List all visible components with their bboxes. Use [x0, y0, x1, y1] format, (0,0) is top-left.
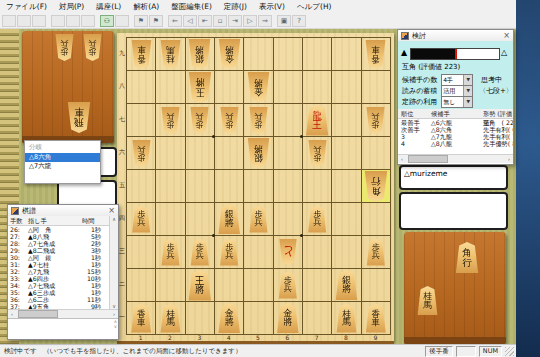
- analysis-horizontal-scrollbar[interactable]: ‹ ›: [398, 154, 513, 163]
- board-cell[interactable]: 桂馬: [156, 38, 185, 71]
- kifu-horizontal-scrollbar[interactable]: ‹ ›: [8, 309, 118, 318]
- board-cell[interactable]: [303, 236, 332, 269]
- scroll-left-icon[interactable]: ‹: [398, 156, 406, 162]
- shogi-piece-gote[interactable]: 金將: [275, 303, 300, 333]
- board-cell[interactable]: 桂馬: [332, 302, 361, 335]
- analysis-close-icon[interactable]: ×: [503, 31, 510, 40]
- board-cell[interactable]: [156, 137, 185, 170]
- board-cell[interactable]: [274, 203, 303, 236]
- board-cell[interactable]: [215, 137, 244, 170]
- shogi-piece-gote[interactable]: 角行: [454, 242, 480, 273]
- rank-label: 七: [118, 103, 126, 136]
- evaluation-bar-center-mark: [455, 49, 457, 59]
- candidate-row[interactable]: 4△8八龍先手優勢( 842): [398, 140, 513, 147]
- kifu-row[interactable]: 30:△同 銀1秒: [8, 254, 118, 261]
- board-cell[interactable]: [186, 203, 215, 236]
- hoshi-dot: [212, 135, 215, 138]
- move-text: △同 角: [28, 226, 82, 233]
- file-label: 6: [273, 334, 302, 341]
- board-cell[interactable]: [303, 71, 332, 104]
- board-cell[interactable]: [244, 38, 273, 71]
- sente-triangle-icon: ▲: [401, 48, 407, 58]
- menu-item-7[interactable]: ヘルプ(H): [291, 2, 338, 12]
- board-cell[interactable]: 金將: [244, 71, 273, 104]
- menu-item-0[interactable]: ファイル(F): [0, 2, 53, 12]
- candidate-eval: 先手優勢( 842): [483, 140, 513, 147]
- kifu-close-icon[interactable]: ×: [108, 206, 115, 215]
- file-labels: 123456789: [126, 334, 390, 341]
- evaluation-bar: [410, 48, 500, 60]
- shogi-piece-sente[interactable]: 歩兵: [219, 107, 240, 134]
- board-cell[interactable]: [186, 170, 215, 203]
- shogi-piece-gote[interactable]: 歩兵: [219, 239, 240, 266]
- toolbar-button[interactable]: ⚑: [149, 15, 163, 27]
- status-empty-cell: [456, 346, 476, 357]
- move-number: 36:: [10, 296, 28, 303]
- board-cell[interactable]: 金將: [274, 302, 303, 335]
- kifu-window-title: 棋譜: [22, 206, 36, 216]
- board-cell[interactable]: [303, 170, 332, 203]
- candidate-eval: 先手有利( 628): [483, 126, 513, 133]
- shogi-piece-sente[interactable]: と: [278, 239, 298, 265]
- board-cell[interactable]: [156, 269, 185, 302]
- board-cell[interactable]: [332, 104, 361, 137]
- rank-labels: 九八七六五四三二一: [118, 37, 126, 334]
- board-cell[interactable]: 香車: [362, 38, 391, 71]
- toolbar-button[interactable]: ⇥: [228, 15, 242, 27]
- move-time: 3秒: [82, 247, 110, 254]
- kifu-row[interactable]: 29:▲8二飛成3秒: [8, 247, 118, 254]
- board-cell[interactable]: 香車: [362, 302, 391, 335]
- board-cell[interactable]: [244, 269, 273, 302]
- candidate-table-header: 順位候補手形勢 (評価値): [398, 109, 513, 119]
- candidate-rank: 4: [401, 140, 431, 147]
- board-cell[interactable]: [186, 137, 215, 170]
- board-cell[interactable]: [156, 203, 185, 236]
- shogi-piece-gote[interactable]: 王將: [187, 270, 213, 301]
- board-cell[interactable]: 歩兵: [156, 236, 185, 269]
- board-cell[interactable]: 香車: [127, 302, 156, 335]
- move-text: ▲8八飛: [28, 233, 82, 240]
- menu-item-5[interactable]: 定跡(J): [218, 2, 253, 12]
- shogi-piece-sente[interactable]: 角行: [363, 171, 389, 202]
- scroll-right-icon[interactable]: ›: [110, 311, 118, 317]
- shogi-piece-gote[interactable]: 桂馬: [159, 304, 182, 333]
- toolbar-button[interactable]: ◁: [183, 15, 197, 27]
- joseki-select[interactable]: 無し ▼: [441, 96, 473, 108]
- move-number: 33:: [10, 275, 28, 282]
- shogi-piece-sente[interactable]: 歩兵: [131, 140, 152, 167]
- move-time: 15秒: [82, 268, 110, 275]
- toolbar-button[interactable]: [32, 15, 46, 27]
- kifu-window-icon: [11, 207, 19, 215]
- file-label: 8: [331, 334, 360, 341]
- board-cell[interactable]: [332, 71, 361, 104]
- kifu-row[interactable]: 36:△6二歩11秒: [8, 296, 118, 303]
- file-label: 2: [155, 334, 184, 341]
- kifu-move-list[interactable]: 手数指し手時間 26:△同 角1秒27:▲8八飛5秒28:△7七角成2秒29:▲…: [8, 216, 118, 309]
- board-cell[interactable]: [215, 71, 244, 104]
- file-label: 9: [361, 334, 390, 341]
- turn-indicator: 後手番: [425, 346, 453, 357]
- toolbar-button[interactable]: ▣: [277, 15, 291, 27]
- shogi-piece-sente[interactable]: 歩兵: [189, 107, 210, 134]
- shogi-piece-gote[interactable]: 歩兵: [160, 239, 181, 266]
- board-cell[interactable]: 歩兵: [362, 104, 391, 137]
- rank-label: 一: [118, 301, 126, 334]
- board-cell[interactable]: [332, 203, 361, 236]
- menu-item-1[interactable]: 対局(P): [53, 2, 90, 12]
- board-cell[interactable]: 香車: [127, 38, 156, 71]
- kifu-comment-box[interactable]: ∧∨: [8, 318, 118, 339]
- board-cell[interactable]: 銀將: [186, 38, 215, 71]
- toolbar-button[interactable]: ⇤: [198, 15, 212, 27]
- branch-item[interactable]: △7六龍: [25, 162, 100, 171]
- toolbar-button[interactable]: ⇐: [168, 15, 182, 27]
- file-label: 3: [185, 334, 214, 341]
- move-text: ▲6三歩成: [28, 289, 82, 296]
- shogi-piece-gote[interactable]: 金將: [217, 303, 242, 333]
- board-cell[interactable]: [332, 236, 361, 269]
- shogi-piece-sente[interactable]: 歩兵: [82, 34, 103, 61]
- board-cell[interactable]: 歩兵: [186, 104, 215, 137]
- evaluation-text: 互角 (評価値 223): [402, 62, 460, 72]
- toolbar-button[interactable]: [2, 15, 16, 27]
- file-label: 7: [302, 334, 331, 341]
- thinking-status: 思考中: [481, 75, 502, 85]
- move-number: 34:: [10, 282, 28, 289]
- kifu-column-header: 指し手: [28, 216, 82, 225]
- chevron-down-icon[interactable]: ▼: [463, 86, 472, 96]
- move-time: 5秒: [82, 233, 110, 240]
- kifu-row[interactable]: 27:▲8八飛5秒: [8, 233, 118, 240]
- board-grid: 香車桂馬銀將金將香車玉將金將歩兵歩兵歩兵歩兵龍王歩兵歩兵銀將歩兵角行歩兵銀將歩兵…: [126, 37, 391, 335]
- board-cell[interactable]: [362, 137, 391, 170]
- shogi-piece-sente[interactable]: 金將: [217, 39, 242, 69]
- shogi-piece-sente[interactable]: 玉將: [187, 72, 213, 103]
- move-text: △同 銀: [28, 254, 82, 261]
- shogi-piece-gote[interactable]: 銀將: [217, 204, 242, 234]
- shogi-board: 九八七六五四三二一 123456789 香車桂馬銀將金將香車玉將金將歩兵歩兵歩兵…: [117, 33, 394, 341]
- candidate-move: △6六龍: [431, 119, 483, 126]
- shogi-piece-sente[interactable]: 歩兵: [160, 107, 181, 134]
- shogi-piece-gote[interactable]: 銀將: [334, 270, 359, 300]
- status-bar: 検討中です （いつでも手を指したり、これまでの局面に移動したりできます） 後手番…: [0, 344, 516, 357]
- kifu-row[interactable]: 32:△7九飛15秒: [8, 268, 118, 275]
- analysis-settings-panel: ▲ △ 互角 (評価値 223) 候補手の数 4手 ▼ 読みの蓄積 活用 ▼: [398, 41, 513, 109]
- toolbar-button[interactable]: ▫: [213, 15, 227, 27]
- board-cell[interactable]: 歩兵: [127, 137, 156, 170]
- rank-label: 六: [118, 136, 126, 169]
- board-cell[interactable]: [332, 137, 361, 170]
- hoshi-dot: [300, 135, 303, 138]
- board-cell[interactable]: 金將: [215, 38, 244, 71]
- board-cell[interactable]: [362, 203, 391, 236]
- status-message: 検討中です （いつでも手を指したり、これまでの局面に移動したりできます）: [0, 347, 425, 356]
- menu-item-2[interactable]: 講座(L): [90, 2, 127, 12]
- toolbar-button[interactable]: ▷: [243, 15, 257, 27]
- kifu-row[interactable]: 26:△同 角1秒: [8, 226, 118, 233]
- board-cell[interactable]: 玉將: [186, 71, 215, 104]
- komadai-sente-hand: 歩兵歩兵飛車: [22, 31, 114, 143]
- candidate-row[interactable]: 最善手△6六龍互角 ( 223): [398, 119, 513, 126]
- board-cell[interactable]: [127, 71, 156, 104]
- board-cell[interactable]: 歩兵: [127, 203, 156, 236]
- rank-label: 五: [118, 169, 126, 202]
- numlock-indicator: NUM: [479, 346, 502, 357]
- move-text: △7九飛: [28, 268, 82, 275]
- board-cell[interactable]: [303, 269, 332, 302]
- shogi-piece-gote[interactable]: 歩兵: [248, 206, 269, 233]
- scroll-left-icon[interactable]: ‹: [8, 311, 16, 317]
- board-cell[interactable]: 王將: [186, 269, 215, 302]
- board-cell[interactable]: 歩兵: [244, 203, 273, 236]
- shogi-piece-sente[interactable]: 香車: [130, 40, 153, 69]
- board-cell[interactable]: 金將: [215, 302, 244, 335]
- rank-label: 三: [118, 235, 126, 268]
- shogi-piece-gote[interactable]: 歩兵: [131, 206, 152, 233]
- shogi-piece-gote[interactable]: 龍王: [304, 105, 330, 136]
- shogi-piece-sente[interactable]: 歩兵: [54, 34, 75, 61]
- toolbar-button[interactable]: [115, 15, 129, 27]
- menu-item-4[interactable]: 盤面編集(E): [165, 2, 218, 12]
- move-text: △7七飛成: [28, 282, 82, 289]
- board-cell[interactable]: [332, 38, 361, 71]
- board-cell[interactable]: [215, 170, 244, 203]
- board-cell[interactable]: 歩兵: [362, 236, 391, 269]
- branch-popup: 分岐 △8六角△7六龍: [24, 140, 101, 184]
- board-cell[interactable]: 歩兵: [303, 203, 332, 236]
- board-cell[interactable]: [274, 71, 303, 104]
- rank-label: 四: [118, 202, 126, 235]
- board-cell[interactable]: [362, 71, 391, 104]
- kifu-window: 棋譜 × 手数指し手時間 26:△同 角1秒27:▲8八飛5秒28:△7七角成2…: [7, 204, 119, 340]
- option-label: 定跡の利用: [402, 97, 437, 107]
- kifu-column-header: 時間: [82, 216, 110, 225]
- move-time: 1秒: [82, 261, 110, 268]
- candidate-move: △8八龍: [431, 140, 483, 147]
- board-cell[interactable]: [186, 302, 215, 335]
- file-label: 5: [243, 334, 272, 341]
- move-number: 28:: [10, 240, 28, 247]
- option-label: 読みの蓄積: [402, 86, 437, 96]
- comment-scroll-arrows[interactable]: ∧∨: [114, 320, 117, 329]
- kifu-row[interactable]: 31:▲7七桂1秒: [8, 261, 118, 268]
- board-cell[interactable]: 歩兵: [156, 104, 185, 137]
- board-cell[interactable]: [303, 302, 332, 335]
- move-text: ▲7七桂: [28, 261, 82, 268]
- move-number: 30:: [10, 254, 28, 261]
- shogi-piece-gote[interactable]: 歩兵: [365, 239, 386, 266]
- file-label: 1: [126, 334, 155, 341]
- candidate-eval: 互角 ( 223): [483, 119, 513, 126]
- candidate-move: △8六角: [431, 126, 483, 133]
- move-number: 31:: [10, 261, 28, 268]
- board-cell[interactable]: [332, 170, 361, 203]
- shogi-piece-gote[interactable]: 歩兵: [307, 206, 328, 233]
- analysis-window-title: 検討: [412, 31, 426, 41]
- toolbar-button[interactable]: ?: [292, 15, 306, 27]
- desktop-background: [516, 0, 540, 357]
- toolbar-button[interactable]: ⚇: [100, 15, 114, 27]
- move-text: ▲8二飛成: [28, 247, 82, 254]
- move-number: 32:: [10, 268, 28, 275]
- kifu-row[interactable]: 28:△7七角成2秒: [8, 240, 118, 247]
- hoshi-dot: [212, 234, 215, 237]
- board-cell[interactable]: [127, 104, 156, 137]
- option-label: 候補手の数: [402, 75, 437, 85]
- move-number: 26:: [10, 226, 28, 233]
- gote-name-plate: △murizeme: [399, 165, 508, 190]
- move-time: 1秒: [82, 282, 110, 289]
- board-cell[interactable]: [274, 38, 303, 71]
- gote-comment-plate: [399, 192, 508, 230]
- candidate-eval: 先手有利( 776): [483, 133, 513, 140]
- menu-bar: ファイル(F)対局(P)講座(L)解析(A)盤面編集(E)定跡(J)表示(V)ヘ…: [0, 0, 516, 13]
- kifu-row[interactable]: 34:△7七飛成1秒: [8, 282, 118, 289]
- engine-level: 〈七段+〉: [479, 86, 513, 96]
- move-time: 1秒: [82, 289, 110, 296]
- resize-grip[interactable]: [505, 347, 514, 356]
- menu-item-3[interactable]: 解析(A): [127, 2, 165, 12]
- candidate-moves-table[interactable]: 順位候補手形勢 (評価値) 最善手△6六龍互角 ( 223)次善手△8六角先手有…: [398, 109, 513, 154]
- komadai-front-edge: [404, 337, 506, 344]
- board-cell[interactable]: 歩兵: [215, 236, 244, 269]
- menu-item-6[interactable]: 表示(V): [253, 2, 291, 12]
- board-cell[interactable]: [127, 170, 156, 203]
- board-cell[interactable]: 歩兵: [244, 104, 273, 137]
- board-cell[interactable]: [215, 269, 244, 302]
- toolbar-button[interactable]: [51, 15, 65, 27]
- option-joseki: 定跡の利用 無し ▼: [402, 96, 473, 108]
- shogi-piece-gote[interactable]: 桂馬: [335, 304, 358, 333]
- candidate-rank: 次善手: [401, 126, 431, 133]
- shogi-piece-sente[interactable]: 銀將: [246, 138, 271, 168]
- shogi-piece-gote[interactable]: 香車: [130, 304, 153, 333]
- board-cell[interactable]: [362, 269, 391, 302]
- board-cell[interactable]: [127, 236, 156, 269]
- board-cell[interactable]: [274, 170, 303, 203]
- toolbar-button[interactable]: [81, 15, 95, 27]
- move-text: ▲6四歩: [28, 275, 82, 282]
- board-cell[interactable]: [127, 269, 156, 302]
- move-time: 10秒: [82, 275, 110, 282]
- branch-item[interactable]: △8六角: [25, 153, 100, 162]
- scrollbar-thumb[interactable]: [408, 155, 448, 163]
- candidate-row[interactable]: 次善手△8六角先手有利( 628): [398, 126, 513, 133]
- branch-popup-title: 分岐: [25, 141, 100, 153]
- toolbar: ⚇⚑⚑⇐◁⇤▫⇥▷⇒▣?: [0, 13, 516, 29]
- board-cell[interactable]: 銀將: [332, 269, 361, 302]
- kifu-list-header: 手数指し手時間: [8, 216, 118, 226]
- chevron-down-icon[interactable]: ▼: [463, 97, 472, 107]
- rank-label: 九: [118, 37, 126, 70]
- komadai-gote-hand: 角行桂馬: [404, 232, 506, 344]
- scrollbar-thumb[interactable]: [18, 310, 58, 318]
- board-cell[interactable]: [274, 137, 303, 170]
- analysis-window: 検討 × ▲ △ 互角 (評価値 223) 候補手の数 4手 ▼ 読みの蓄積 活: [397, 29, 514, 165]
- analysis-window-icon: [401, 32, 409, 40]
- board-cell[interactable]: 龍王: [303, 104, 332, 137]
- board-cell[interactable]: 角行: [362, 170, 391, 203]
- shogi-piece-gote[interactable]: 桂馬: [416, 286, 439, 315]
- toolbar-button[interactable]: [17, 15, 31, 27]
- rank-label: 八: [118, 70, 126, 103]
- move-text: △7七角成: [28, 240, 82, 247]
- board-cell[interactable]: と: [274, 236, 303, 269]
- shogi-piece-sente[interactable]: 金將: [246, 72, 271, 102]
- board-cell[interactable]: 歩兵: [215, 104, 244, 137]
- file-label: 4: [214, 334, 243, 341]
- move-time: 1秒: [82, 254, 110, 261]
- board-cell[interactable]: [244, 302, 273, 335]
- candidate-move: △7九龍: [431, 133, 483, 140]
- board-cell[interactable]: 銀將: [215, 203, 244, 236]
- chevron-down-icon[interactable]: ▼: [463, 75, 472, 85]
- shogi-piece-gote[interactable]: 香車: [364, 304, 387, 333]
- candidate-row[interactable]: 3△7九龍先手有利( 776): [398, 133, 513, 140]
- board-cell[interactable]: [244, 236, 273, 269]
- toolbar-button[interactable]: [66, 15, 80, 27]
- app-window: ファイル(F)対局(P)講座(L)解析(A)盤面編集(E)定跡(J)表示(V)ヘ…: [0, 0, 540, 357]
- hoshi-dot: [300, 234, 303, 237]
- move-number: 27:: [10, 233, 28, 240]
- kifu-vertical-scrollbar[interactable]: ∧ ∨: [109, 216, 118, 309]
- move-number: 29:: [10, 247, 28, 254]
- shogi-piece-sente[interactable]: 桂馬: [159, 40, 182, 69]
- move-time: 11秒: [82, 296, 110, 303]
- move-number: 35:: [10, 289, 28, 296]
- toolbar-button[interactable]: ⚑: [134, 15, 148, 27]
- board-cell[interactable]: [156, 71, 185, 104]
- shogi-piece-sente[interactable]: 歩兵: [248, 107, 269, 134]
- candidate-rank: 3: [401, 133, 431, 140]
- board-cell[interactable]: [244, 170, 273, 203]
- board-cell[interactable]: [274, 104, 303, 137]
- scroll-right-icon[interactable]: ›: [505, 156, 513, 162]
- move-text: △6二歩: [28, 296, 82, 303]
- gote-name-text: △murizeme: [401, 167, 506, 178]
- board-cell[interactable]: 歩兵: [303, 137, 332, 170]
- kifu-column-header: 手数: [10, 216, 28, 225]
- shogi-piece-sente[interactable]: 香車: [364, 40, 387, 69]
- move-time: 2秒: [82, 240, 110, 247]
- shogi-piece-sente[interactable]: 歩兵: [365, 107, 386, 134]
- scroll-up-icon[interactable]: ∧: [110, 216, 118, 222]
- kifu-row[interactable]: 35:▲6三歩成1秒: [8, 289, 118, 296]
- shogi-piece-sente[interactable]: 飛車: [66, 102, 92, 133]
- board-cell[interactable]: 歩兵: [274, 269, 303, 302]
- board-cell[interactable]: 歩兵: [186, 236, 215, 269]
- board-cell[interactable]: [156, 170, 185, 203]
- candidate-rank: 最善手: [401, 119, 431, 126]
- move-time: 1秒: [82, 226, 110, 233]
- shogi-piece-sente[interactable]: 歩兵: [307, 140, 328, 167]
- board-cell[interactable]: 桂馬: [156, 302, 185, 335]
- toolbar-button[interactable]: ⇒: [258, 15, 272, 27]
- rank-label: 二: [118, 268, 126, 301]
- kifu-row[interactable]: 33:▲6四歩10秒: [8, 275, 118, 282]
- board-cell[interactable]: 銀將: [244, 137, 273, 170]
- evaluation-bar-black-fill: [411, 49, 457, 59]
- shogi-piece-gote[interactable]: 歩兵: [277, 272, 298, 299]
- gote-triangle-icon: △: [501, 48, 507, 58]
- shogi-piece-sente[interactable]: 銀將: [187, 39, 212, 69]
- board-cell[interactable]: [303, 38, 332, 71]
- shogi-piece-gote[interactable]: 歩兵: [189, 239, 210, 266]
